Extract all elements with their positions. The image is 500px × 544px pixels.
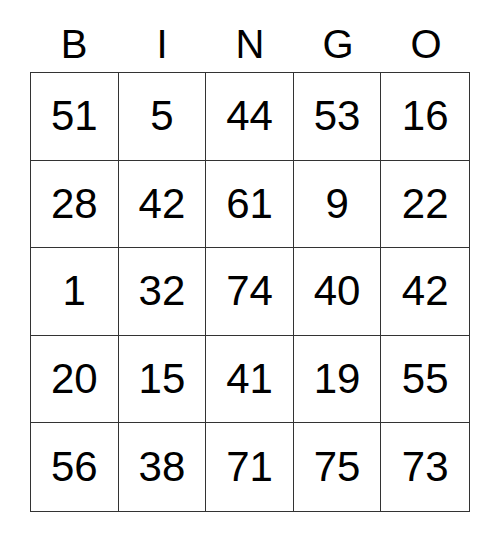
cell-r1c4[interactable]: 22 xyxy=(381,161,469,249)
cell-r3c1[interactable]: 15 xyxy=(119,336,207,424)
cell-r1c2[interactable]: 61 xyxy=(206,161,294,249)
header-letter-n: N xyxy=(236,24,265,64)
cell-r3c3[interactable]: 19 xyxy=(294,336,382,424)
cell-r3c4[interactable]: 55 xyxy=(381,336,469,424)
cell-r2c3[interactable]: 40 xyxy=(294,248,382,336)
header-letter-g: G xyxy=(322,24,353,64)
cell-r4c2[interactable]: 71 xyxy=(206,423,294,511)
header-letter-b: B xyxy=(61,24,88,64)
cell-r4c3[interactable]: 75 xyxy=(294,423,382,511)
header-letter-o: O xyxy=(410,24,441,64)
cell-r2c2[interactable]: 74 xyxy=(206,248,294,336)
cell-r0c0[interactable]: 51 xyxy=(31,73,119,161)
header-letter-i: I xyxy=(156,24,167,64)
bingo-card: B I N G O 51 5 44 53 16 28 42 61 9 22 1 … xyxy=(0,0,500,544)
cell-r0c1[interactable]: 5 xyxy=(119,73,207,161)
cell-r3c2[interactable]: 41 xyxy=(206,336,294,424)
cell-r0c2[interactable]: 44 xyxy=(206,73,294,161)
cell-r4c0[interactable]: 56 xyxy=(31,423,119,511)
cell-r1c3[interactable]: 9 xyxy=(294,161,382,249)
bingo-header: B I N G O xyxy=(30,0,470,72)
cell-r2c0[interactable]: 1 xyxy=(31,248,119,336)
cell-r1c1[interactable]: 42 xyxy=(119,161,207,249)
cell-r2c1[interactable]: 32 xyxy=(119,248,207,336)
cell-r1c0[interactable]: 28 xyxy=(31,161,119,249)
cell-r0c4[interactable]: 16 xyxy=(381,73,469,161)
cell-r2c4[interactable]: 42 xyxy=(381,248,469,336)
cell-r4c1[interactable]: 38 xyxy=(119,423,207,511)
cell-r4c4[interactable]: 73 xyxy=(381,423,469,511)
cell-r0c3[interactable]: 53 xyxy=(294,73,382,161)
bingo-grid: 51 5 44 53 16 28 42 61 9 22 1 32 74 40 4… xyxy=(30,72,470,512)
cell-r3c0[interactable]: 20 xyxy=(31,336,119,424)
